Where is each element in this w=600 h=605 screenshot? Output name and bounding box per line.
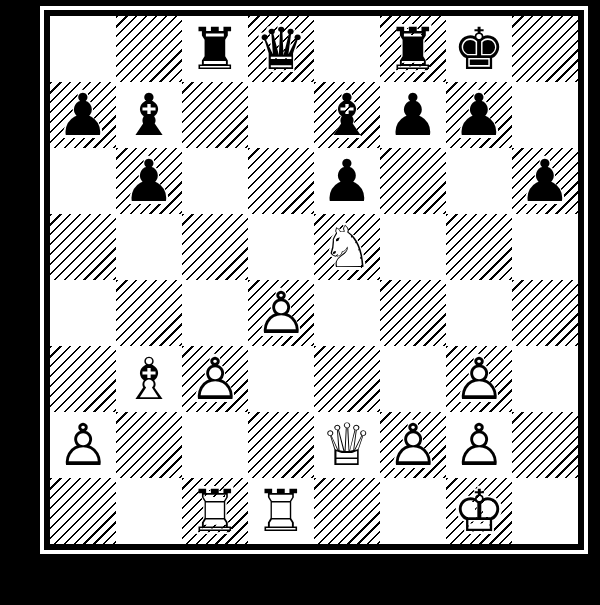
- white-queen: ♕: [314, 412, 380, 478]
- square-g1[interactable]: ♚♔: [446, 478, 512, 544]
- board-frame: ♜♜♛♛♜♜♚♚♟♟♝♝♝♝♟♟♟♟♟♟♟♟♟♟♞♘♟♙♝♗♟♙♟♙♟♙♛♕♟♙…: [40, 6, 588, 554]
- square-b1[interactable]: [116, 478, 182, 544]
- square-g6[interactable]: [446, 148, 512, 214]
- square-d4[interactable]: ♟♙: [248, 280, 314, 346]
- square-c2[interactable]: [182, 412, 248, 478]
- square-a5[interactable]: [50, 214, 116, 280]
- square-h7[interactable]: [512, 82, 578, 148]
- square-a3[interactable]: [50, 346, 116, 412]
- white-bishop: ♗: [116, 346, 182, 412]
- square-a7[interactable]: ♟♟: [50, 82, 116, 148]
- black-pawn: ♟: [116, 148, 182, 214]
- square-h6[interactable]: ♟♟: [512, 148, 578, 214]
- black-pawn: ♟: [314, 148, 380, 214]
- square-c7[interactable]: [182, 82, 248, 148]
- square-c6[interactable]: [182, 148, 248, 214]
- square-c4[interactable]: [182, 280, 248, 346]
- square-h1[interactable]: [512, 478, 578, 544]
- square-d6[interactable]: [248, 148, 314, 214]
- square-f2[interactable]: ♟♙: [380, 412, 446, 478]
- square-b3[interactable]: ♝♗: [116, 346, 182, 412]
- square-h2[interactable]: [512, 412, 578, 478]
- board-border: ♜♜♛♛♜♜♚♚♟♟♝♝♝♝♟♟♟♟♟♟♟♟♟♟♞♘♟♙♝♗♟♙♟♙♟♙♛♕♟♙…: [44, 10, 584, 550]
- white-pawn: ♙: [182, 346, 248, 412]
- square-e6[interactable]: ♟♟: [314, 148, 380, 214]
- square-d3[interactable]: [248, 346, 314, 412]
- black-pawn: ♟: [380, 82, 446, 148]
- square-c3[interactable]: ♟♙: [182, 346, 248, 412]
- white-rook: ♖: [182, 478, 248, 544]
- square-a6[interactable]: [50, 148, 116, 214]
- white-pawn: ♙: [380, 412, 446, 478]
- square-c1[interactable]: ♜♖: [182, 478, 248, 544]
- square-g5[interactable]: [446, 214, 512, 280]
- square-a4[interactable]: [50, 280, 116, 346]
- black-king: ♚: [446, 16, 512, 82]
- square-f5[interactable]: [380, 214, 446, 280]
- black-pawn: ♟: [50, 82, 116, 148]
- square-b2[interactable]: [116, 412, 182, 478]
- black-rook: ♜: [380, 16, 446, 82]
- black-rook: ♜: [182, 16, 248, 82]
- black-queen: ♛: [248, 16, 314, 82]
- black-pawn: ♟: [446, 82, 512, 148]
- black-pawn: ♟: [512, 148, 578, 214]
- square-f4[interactable]: [380, 280, 446, 346]
- square-a8[interactable]: [50, 16, 116, 82]
- square-f1[interactable]: [380, 478, 446, 544]
- square-h4[interactable]: [512, 280, 578, 346]
- square-e7[interactable]: ♝♝: [314, 82, 380, 148]
- square-b7[interactable]: ♝♝: [116, 82, 182, 148]
- square-a1[interactable]: [50, 478, 116, 544]
- square-h8[interactable]: [512, 16, 578, 82]
- square-f8[interactable]: ♜♜: [380, 16, 446, 82]
- square-d2[interactable]: [248, 412, 314, 478]
- square-e4[interactable]: [314, 280, 380, 346]
- square-b8[interactable]: [116, 16, 182, 82]
- white-pawn: ♙: [248, 280, 314, 346]
- square-g7[interactable]: ♟♟: [446, 82, 512, 148]
- white-pawn: ♙: [446, 346, 512, 412]
- square-g2[interactable]: ♟♙: [446, 412, 512, 478]
- square-f3[interactable]: [380, 346, 446, 412]
- square-e5[interactable]: ♞♘: [314, 214, 380, 280]
- square-c8[interactable]: ♜♜: [182, 16, 248, 82]
- square-b6[interactable]: ♟♟: [116, 148, 182, 214]
- square-g4[interactable]: [446, 280, 512, 346]
- square-g8[interactable]: ♚♚: [446, 16, 512, 82]
- white-pawn: ♙: [50, 412, 116, 478]
- white-king: ♔: [446, 478, 512, 544]
- square-a2[interactable]: ♟♙: [50, 412, 116, 478]
- square-f7[interactable]: ♟♟: [380, 82, 446, 148]
- square-h3[interactable]: [512, 346, 578, 412]
- square-e2[interactable]: ♛♕: [314, 412, 380, 478]
- white-knight: ♘: [314, 214, 380, 280]
- square-g3[interactable]: ♟♙: [446, 346, 512, 412]
- square-d7[interactable]: [248, 82, 314, 148]
- square-b5[interactable]: [116, 214, 182, 280]
- square-b4[interactable]: [116, 280, 182, 346]
- square-d8[interactable]: ♛♛: [248, 16, 314, 82]
- chess-board: ♜♜♛♛♜♜♚♚♟♟♝♝♝♝♟♟♟♟♟♟♟♟♟♟♞♘♟♙♝♗♟♙♟♙♟♙♛♕♟♙…: [50, 16, 578, 544]
- square-e1[interactable]: [314, 478, 380, 544]
- square-f6[interactable]: [380, 148, 446, 214]
- square-d1[interactable]: ♜♖: [248, 478, 314, 544]
- square-e8[interactable]: [314, 16, 380, 82]
- square-e3[interactable]: [314, 346, 380, 412]
- square-d5[interactable]: [248, 214, 314, 280]
- square-h5[interactable]: [512, 214, 578, 280]
- square-c5[interactable]: [182, 214, 248, 280]
- black-bishop: ♝: [314, 82, 380, 148]
- black-bishop: ♝: [116, 82, 182, 148]
- white-pawn: ♙: [446, 412, 512, 478]
- white-rook: ♖: [248, 478, 314, 544]
